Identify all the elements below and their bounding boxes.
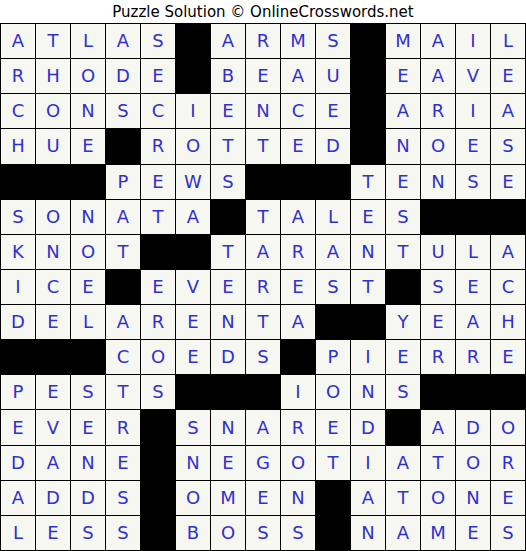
letter-cell: D	[36, 481, 70, 515]
letter-cell: I	[1, 270, 35, 304]
letter-cell: G	[246, 446, 280, 480]
letter-cell: T	[316, 446, 350, 480]
letter-cell: S	[316, 270, 350, 304]
letter-cell: C	[281, 94, 315, 128]
letter-cell: S	[211, 165, 245, 199]
block-cell	[211, 375, 245, 409]
letter-cell: R	[1, 59, 35, 93]
letter-cell: T	[386, 235, 420, 269]
letter-cell: A	[246, 410, 280, 444]
letter-cell: A	[106, 24, 140, 58]
letter-cell: O	[421, 129, 455, 163]
page-title: Puzzle Solution © OnlineCrosswords.net	[0, 0, 526, 23]
letter-cell: P	[1, 375, 35, 409]
letter-cell: R	[106, 410, 140, 444]
letter-cell: S	[106, 94, 140, 128]
letter-cell: T	[351, 270, 385, 304]
letter-cell: W	[176, 165, 210, 199]
letter-cell: S	[246, 516, 280, 550]
letter-cell: E	[316, 94, 350, 128]
letter-cell: B	[211, 59, 245, 93]
letter-cell: S	[491, 129, 525, 163]
letter-cell: A	[421, 24, 455, 58]
letter-cell: M	[386, 24, 420, 58]
letter-cell: N	[456, 481, 490, 515]
letter-cell: E	[386, 59, 420, 93]
letter-cell: I	[351, 340, 385, 374]
letter-cell: N	[71, 94, 105, 128]
block-cell	[141, 446, 175, 480]
letter-cell: E	[176, 340, 210, 374]
letter-cell: E	[211, 94, 245, 128]
letter-cell: I	[456, 94, 490, 128]
letter-cell: E	[246, 59, 280, 93]
block-cell	[141, 410, 175, 444]
letter-cell: T	[246, 305, 280, 339]
letter-cell: U	[316, 59, 350, 93]
letter-cell: E	[281, 129, 315, 163]
letter-cell: E	[141, 59, 175, 93]
block-cell	[316, 305, 350, 339]
letter-cell: E	[176, 305, 210, 339]
letter-cell: A	[106, 200, 140, 234]
letter-cell: T	[386, 481, 420, 515]
block-cell	[456, 375, 490, 409]
block-cell	[351, 94, 385, 128]
letter-cell: V	[176, 270, 210, 304]
letter-cell: A	[491, 94, 525, 128]
block-cell	[491, 375, 525, 409]
letter-cell: E	[491, 59, 525, 93]
letter-cell: E	[281, 270, 315, 304]
letter-cell: T	[141, 200, 175, 234]
letter-cell: S	[491, 516, 525, 550]
letter-cell: N	[351, 375, 385, 409]
letter-cell: D	[211, 340, 245, 374]
block-cell	[386, 410, 420, 444]
letter-cell: S	[281, 516, 315, 550]
letter-cell: H	[36, 59, 70, 93]
letter-cell: N	[281, 481, 315, 515]
block-cell	[71, 340, 105, 374]
letter-cell: E	[386, 340, 420, 374]
block-cell	[421, 200, 455, 234]
letter-cell: S	[386, 200, 420, 234]
letter-cell: M	[421, 516, 455, 550]
letter-cell: A	[351, 481, 385, 515]
letter-cell: T	[211, 129, 245, 163]
letter-cell: T	[36, 24, 70, 58]
block-cell	[141, 235, 175, 269]
block-cell	[421, 375, 455, 409]
letter-cell: R	[246, 24, 280, 58]
letter-cell: I	[176, 94, 210, 128]
letter-cell: R	[246, 270, 280, 304]
letter-cell: S	[386, 375, 420, 409]
block-cell	[1, 340, 35, 374]
letter-cell: A	[1, 481, 35, 515]
letter-cell: D	[1, 305, 35, 339]
letter-cell: D	[316, 129, 350, 163]
letter-cell: T	[106, 375, 140, 409]
letter-cell: R	[141, 129, 175, 163]
letter-cell: L	[316, 200, 350, 234]
letter-cell: E	[491, 165, 525, 199]
letter-cell: S	[141, 375, 175, 409]
letter-cell: S	[316, 24, 350, 58]
letter-cell: A	[491, 235, 525, 269]
letter-cell: S	[106, 516, 140, 550]
letter-cell: E	[36, 305, 70, 339]
letter-cell: S	[106, 481, 140, 515]
letter-cell: B	[176, 516, 210, 550]
letter-cell: A	[386, 516, 420, 550]
letter-cell: N	[71, 200, 105, 234]
block-cell	[351, 129, 385, 163]
letter-cell: O	[176, 129, 210, 163]
letter-cell: E	[351, 200, 385, 234]
letter-cell: R	[456, 340, 490, 374]
letter-cell: S	[421, 270, 455, 304]
letter-cell: H	[491, 305, 525, 339]
letter-cell: O	[421, 481, 455, 515]
block-cell	[176, 235, 210, 269]
letter-cell: T	[421, 446, 455, 480]
block-cell	[316, 165, 350, 199]
letter-cell: A	[386, 446, 420, 480]
letter-cell: V	[456, 59, 490, 93]
letter-cell: E	[71, 410, 105, 444]
letter-cell: E	[1, 410, 35, 444]
letter-cell: A	[246, 235, 280, 269]
letter-cell: O	[316, 375, 350, 409]
letter-cell: S	[1, 200, 35, 234]
letter-cell: T	[106, 235, 140, 269]
letter-cell: A	[281, 200, 315, 234]
letter-cell: N	[386, 129, 420, 163]
letter-cell: E	[211, 270, 245, 304]
letter-cell: N	[36, 235, 70, 269]
letter-cell: S	[71, 516, 105, 550]
block-cell	[316, 481, 350, 515]
letter-cell: O	[491, 410, 525, 444]
letter-cell: R	[141, 305, 175, 339]
letter-cell: D	[1, 446, 35, 480]
block-cell	[246, 165, 280, 199]
letter-cell: A	[1, 24, 35, 58]
crossword-grid: ATLASARMSMAILRHODEBEAUEAVECONSCIENCEARIA…	[0, 23, 526, 551]
letter-cell: R	[421, 340, 455, 374]
block-cell	[351, 59, 385, 93]
letter-cell: R	[281, 235, 315, 269]
letter-cell: E	[456, 129, 490, 163]
letter-cell: S	[71, 375, 105, 409]
letter-cell: N	[351, 516, 385, 550]
block-cell	[141, 516, 175, 550]
letter-cell: E	[71, 129, 105, 163]
letter-cell: M	[211, 481, 245, 515]
block-cell	[176, 375, 210, 409]
letter-cell: E	[386, 165, 420, 199]
letter-cell: A	[176, 200, 210, 234]
letter-cell: O	[211, 516, 245, 550]
letter-cell: E	[36, 375, 70, 409]
letter-cell: A	[456, 305, 490, 339]
block-cell	[141, 481, 175, 515]
letter-cell: P	[316, 340, 350, 374]
letter-cell: T	[351, 165, 385, 199]
letter-cell: O	[141, 340, 175, 374]
letter-cell: N	[211, 305, 245, 339]
letter-cell: A	[281, 305, 315, 339]
letter-cell: O	[71, 235, 105, 269]
letter-cell: E	[456, 270, 490, 304]
block-cell	[246, 375, 280, 409]
letter-cell: E	[246, 481, 280, 515]
letter-cell: N	[176, 446, 210, 480]
block-cell	[281, 340, 315, 374]
block-cell	[491, 200, 525, 234]
letter-cell: R	[421, 94, 455, 128]
letter-cell: D	[71, 481, 105, 515]
letter-cell: O	[456, 446, 490, 480]
letter-cell: A	[281, 59, 315, 93]
letter-cell: R	[491, 446, 525, 480]
letter-cell: E	[141, 165, 175, 199]
letter-cell: Y	[386, 305, 420, 339]
letter-cell: K	[1, 235, 35, 269]
letter-cell: T	[246, 129, 280, 163]
letter-cell: I	[351, 446, 385, 480]
letter-cell: C	[36, 270, 70, 304]
letter-cell: A	[421, 59, 455, 93]
puzzle-solution-page: Puzzle Solution © OnlineCrosswords.net A…	[0, 0, 526, 551]
letter-cell: N	[351, 235, 385, 269]
letter-cell: N	[211, 410, 245, 444]
block-cell	[176, 24, 210, 58]
letter-cell: E	[421, 305, 455, 339]
letter-cell: A	[211, 24, 245, 58]
letter-cell: E	[36, 516, 70, 550]
letter-cell: D	[106, 59, 140, 93]
letter-cell: A	[421, 410, 455, 444]
letter-cell: T	[246, 200, 280, 234]
block-cell	[106, 270, 140, 304]
letter-cell: S	[141, 24, 175, 58]
letter-cell: U	[36, 129, 70, 163]
letter-cell: D	[351, 410, 385, 444]
letter-cell: R	[281, 410, 315, 444]
letter-cell: C	[1, 94, 35, 128]
letter-cell: H	[1, 129, 35, 163]
letter-cell: E	[71, 270, 105, 304]
letter-cell: L	[491, 24, 525, 58]
letter-cell: E	[106, 446, 140, 480]
letter-cell: N	[246, 94, 280, 128]
letter-cell: O	[281, 446, 315, 480]
letter-cell: O	[176, 481, 210, 515]
block-cell	[351, 305, 385, 339]
block-cell	[106, 129, 140, 163]
block-cell	[211, 200, 245, 234]
block-cell	[456, 200, 490, 234]
letter-cell: L	[456, 235, 490, 269]
letter-cell: A	[316, 235, 350, 269]
letter-cell: E	[491, 340, 525, 374]
letter-cell: N	[421, 165, 455, 199]
letter-cell: P	[106, 165, 140, 199]
letter-cell: T	[211, 235, 245, 269]
letter-cell: C	[491, 270, 525, 304]
letter-cell: V	[36, 410, 70, 444]
letter-cell: U	[421, 235, 455, 269]
letter-cell: L	[71, 305, 105, 339]
block-cell	[176, 59, 210, 93]
letter-cell: S	[246, 340, 280, 374]
letter-cell: C	[141, 94, 175, 128]
letter-cell: O	[71, 59, 105, 93]
block-cell	[1, 165, 35, 199]
block-cell	[386, 270, 420, 304]
letter-cell: E	[316, 410, 350, 444]
block-cell	[351, 24, 385, 58]
letter-cell: A	[106, 305, 140, 339]
block-cell	[316, 516, 350, 550]
letter-cell: D	[456, 410, 490, 444]
letter-cell: C	[106, 340, 140, 374]
letter-cell: E	[211, 446, 245, 480]
letter-cell: E	[491, 481, 525, 515]
letter-cell: E	[141, 270, 175, 304]
block-cell	[71, 165, 105, 199]
letter-cell: O	[36, 200, 70, 234]
letter-cell: L	[1, 516, 35, 550]
letter-cell: N	[71, 446, 105, 480]
block-cell	[281, 165, 315, 199]
letter-cell: M	[281, 24, 315, 58]
letter-cell: O	[36, 94, 70, 128]
letter-cell: S	[456, 165, 490, 199]
letter-cell: A	[36, 446, 70, 480]
letter-cell: I	[281, 375, 315, 409]
letter-cell: S	[176, 410, 210, 444]
block-cell	[36, 340, 70, 374]
block-cell	[36, 165, 70, 199]
letter-cell: A	[386, 94, 420, 128]
letter-cell: I	[456, 24, 490, 58]
letter-cell: L	[71, 24, 105, 58]
letter-cell: E	[456, 516, 490, 550]
